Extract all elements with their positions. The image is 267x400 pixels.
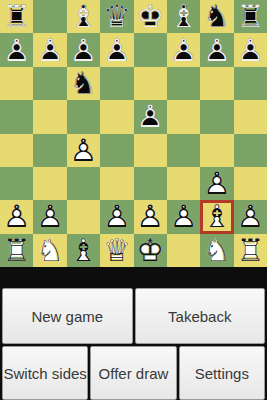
square-f6[interactable] (167, 67, 200, 100)
square-a4[interactable] (0, 134, 33, 167)
square-f3[interactable] (167, 167, 200, 200)
white-pawn[interactable]: ♟♙ (33, 200, 66, 233)
square-d6[interactable] (100, 67, 133, 100)
square-a5[interactable] (0, 100, 33, 133)
square-g2[interactable]: ♝♗ (200, 200, 233, 233)
button-row-1: New game Takeback (2, 288, 265, 344)
switch-sides-button[interactable]: Switch sides (2, 346, 88, 400)
square-f8[interactable]: ♝♗ (167, 0, 200, 33)
white-rook[interactable]: ♜♖ (0, 234, 33, 267)
square-c2[interactable] (67, 200, 100, 233)
black-pawn[interactable]: ♟♙ (134, 100, 167, 133)
square-g3[interactable]: ♟♙ (200, 167, 233, 200)
button-row-2: Switch sides Offer draw Settings (2, 346, 265, 400)
square-g1[interactable]: ♞♘ (200, 234, 233, 267)
square-e3[interactable] (134, 167, 167, 200)
chess-board: ♜♖♝♗♛♕♚♔♝♗♞♘♜♖♟♙♟♙♟♙♟♙♟♙♟♙♟♙♞♘♟♙♟♙♟♙♟♙♟♙… (0, 0, 267, 267)
black-knight[interactable]: ♞♘ (67, 67, 100, 100)
square-b3[interactable] (33, 167, 66, 200)
square-h8[interactable]: ♜♖ (234, 0, 267, 33)
takeback-button[interactable]: Takeback (135, 288, 266, 344)
square-a3[interactable] (0, 167, 33, 200)
square-h1[interactable]: ♜♖ (234, 234, 267, 267)
square-b8[interactable] (33, 0, 66, 33)
black-pawn[interactable]: ♟♙ (67, 33, 100, 66)
square-d1[interactable]: ♛♕ (100, 234, 133, 267)
white-pawn[interactable]: ♟♙ (0, 200, 33, 233)
square-d5[interactable] (100, 100, 133, 133)
square-e2[interactable]: ♟♙ (134, 200, 167, 233)
button-panel: New game Takeback Switch sides Offer dra… (0, 267, 267, 400)
white-pawn[interactable]: ♟♙ (134, 200, 167, 233)
square-e1[interactable]: ♚♔ (134, 234, 167, 267)
square-f2[interactable]: ♟♙ (167, 200, 200, 233)
square-d2[interactable]: ♟♙ (100, 200, 133, 233)
white-king[interactable]: ♚♔ (134, 234, 167, 267)
square-e4[interactable] (134, 134, 167, 167)
square-h3[interactable] (234, 167, 267, 200)
white-pawn[interactable]: ♟♙ (67, 134, 100, 167)
white-knight[interactable]: ♞♘ (33, 234, 66, 267)
white-pawn[interactable]: ♟♙ (100, 200, 133, 233)
black-bishop[interactable]: ♝♗ (67, 0, 100, 33)
square-b4[interactable] (33, 134, 66, 167)
white-queen[interactable]: ♛♕ (100, 234, 133, 267)
square-d3[interactable] (100, 167, 133, 200)
square-g6[interactable] (200, 67, 233, 100)
square-b5[interactable] (33, 100, 66, 133)
black-rook[interactable]: ♜♖ (0, 0, 33, 33)
black-rook[interactable]: ♜♖ (234, 0, 267, 33)
square-b6[interactable] (33, 67, 66, 100)
square-h5[interactable] (234, 100, 267, 133)
square-g7[interactable]: ♟♙ (200, 33, 233, 66)
square-h4[interactable] (234, 134, 267, 167)
square-d8[interactable]: ♛♕ (100, 0, 133, 33)
square-d7[interactable]: ♟♙ (100, 33, 133, 66)
square-e5[interactable]: ♟♙ (134, 100, 167, 133)
square-d4[interactable] (100, 134, 133, 167)
black-pawn[interactable]: ♟♙ (33, 33, 66, 66)
square-c3[interactable] (67, 167, 100, 200)
square-a7[interactable]: ♟♙ (0, 33, 33, 66)
black-bishop[interactable]: ♝♗ (167, 0, 200, 33)
black-king[interactable]: ♚♔ (134, 0, 167, 33)
square-e8[interactable]: ♚♔ (134, 0, 167, 33)
square-c8[interactable]: ♝♗ (67, 0, 100, 33)
square-c4[interactable]: ♟♙ (67, 134, 100, 167)
square-e7[interactable] (134, 33, 167, 66)
white-pawn[interactable]: ♟♙ (200, 167, 233, 200)
square-a2[interactable]: ♟♙ (0, 200, 33, 233)
settings-button[interactable]: Settings (179, 346, 265, 400)
black-pawn[interactable]: ♟♙ (234, 33, 267, 66)
white-rook[interactable]: ♜♖ (234, 234, 267, 267)
black-pawn[interactable]: ♟♙ (167, 33, 200, 66)
square-c6[interactable]: ♞♘ (67, 67, 100, 100)
square-f1[interactable] (167, 234, 200, 267)
square-h7[interactable]: ♟♙ (234, 33, 267, 66)
square-e6[interactable] (134, 67, 167, 100)
black-pawn[interactable]: ♟♙ (200, 33, 233, 66)
white-bishop[interactable]: ♝♗ (67, 234, 100, 267)
square-c1[interactable]: ♝♗ (67, 234, 100, 267)
square-f4[interactable] (167, 134, 200, 167)
square-c7[interactable]: ♟♙ (67, 33, 100, 66)
square-b7[interactable]: ♟♙ (33, 33, 66, 66)
square-b2[interactable]: ♟♙ (33, 200, 66, 233)
square-a1[interactable]: ♜♖ (0, 234, 33, 267)
black-knight[interactable]: ♞♘ (200, 0, 233, 33)
offer-draw-button[interactable]: Offer draw (90, 346, 176, 400)
square-g5[interactable] (200, 100, 233, 133)
square-c5[interactable] (67, 100, 100, 133)
black-pawn[interactable]: ♟♙ (0, 33, 33, 66)
square-g4[interactable] (200, 134, 233, 167)
square-a6[interactable] (0, 67, 33, 100)
new-game-button[interactable]: New game (2, 288, 133, 344)
square-a8[interactable]: ♜♖ (0, 0, 33, 33)
white-bishop[interactable]: ♝♗ (200, 200, 233, 233)
black-queen[interactable]: ♛♕ (100, 0, 133, 33)
square-f5[interactable] (167, 100, 200, 133)
square-h2[interactable]: ♟♙ (234, 200, 267, 233)
white-pawn[interactable]: ♟♙ (234, 200, 267, 233)
white-pawn[interactable]: ♟♙ (167, 200, 200, 233)
square-g8[interactable]: ♞♘ (200, 0, 233, 33)
square-b1[interactable]: ♞♘ (33, 234, 66, 267)
square-f7[interactable]: ♟♙ (167, 33, 200, 66)
square-h6[interactable] (234, 67, 267, 100)
white-knight[interactable]: ♞♘ (200, 234, 233, 267)
black-pawn[interactable]: ♟♙ (100, 33, 133, 66)
